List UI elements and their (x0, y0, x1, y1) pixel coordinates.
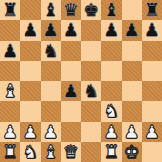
square-e5[interactable] (81, 61, 101, 81)
square-b7[interactable]: ♟ (20, 20, 40, 40)
white-pawn[interactable]: ♟ (43, 122, 59, 142)
square-a8[interactable]: ♜ (0, 0, 20, 20)
white-knight[interactable]: ♞ (23, 142, 39, 162)
black-bishop[interactable]: ♝ (43, 0, 59, 20)
square-b6[interactable] (20, 41, 40, 61)
white-pawn[interactable]: ♟ (2, 122, 18, 142)
square-a2[interactable]: ♟ (0, 122, 20, 142)
square-f8[interactable]: ♝ (101, 0, 121, 20)
black-queen[interactable]: ♛ (63, 0, 79, 20)
square-g5[interactable] (122, 61, 142, 81)
black-pawn[interactable]: ♟ (104, 20, 120, 40)
square-g2[interactable]: ♟ (122, 122, 142, 142)
square-f5[interactable] (101, 61, 121, 81)
black-pawn[interactable]: ♟ (124, 20, 140, 40)
square-d6[interactable] (61, 41, 81, 61)
square-f7[interactable]: ♟ (101, 20, 121, 40)
square-g8[interactable] (122, 0, 142, 20)
square-h2[interactable]: ♟ (142, 122, 162, 142)
white-pawn[interactable]: ♟ (144, 122, 160, 142)
square-c7[interactable]: ♟ (41, 20, 61, 40)
square-g6[interactable] (122, 41, 142, 61)
black-knight[interactable]: ♞ (43, 41, 59, 61)
black-pawn[interactable]: ♟ (23, 20, 39, 40)
square-g3[interactable] (122, 101, 142, 121)
black-pawn[interactable]: ♟ (144, 20, 160, 40)
black-pawn[interactable]: ♟ (63, 20, 79, 40)
white-knight[interactable]: ♞ (104, 101, 120, 121)
square-f3[interactable]: ♞ (101, 101, 121, 121)
square-b1[interactable]: ♞ (20, 142, 40, 162)
square-c1[interactable]: ♝ (41, 142, 61, 162)
square-e6[interactable] (81, 41, 101, 61)
square-d2[interactable] (61, 122, 81, 142)
square-d5[interactable] (61, 61, 81, 81)
square-h7[interactable]: ♟ (142, 20, 162, 40)
chess-board: ♜♝♛♚♝♜♟♟♟♟♟♟♟♞♝♟♞♞♟♟♟♟♟♟♜♞♝♛♜♚ (0, 0, 162, 162)
square-e8[interactable]: ♚ (81, 0, 101, 20)
square-e1[interactable] (81, 142, 101, 162)
square-h4[interactable] (142, 81, 162, 101)
square-a5[interactable] (0, 61, 20, 81)
black-pawn[interactable]: ♟ (2, 41, 18, 61)
square-b3[interactable] (20, 101, 40, 121)
square-c2[interactable]: ♟ (41, 122, 61, 142)
black-king[interactable]: ♚ (83, 0, 99, 20)
square-d7[interactable]: ♟ (61, 20, 81, 40)
square-b2[interactable]: ♟ (20, 122, 40, 142)
white-pawn[interactable]: ♟ (104, 122, 120, 142)
square-d8[interactable]: ♛ (61, 0, 81, 20)
square-c6[interactable]: ♞ (41, 41, 61, 61)
square-h1[interactable] (142, 142, 162, 162)
white-pawn[interactable]: ♟ (124, 122, 140, 142)
square-c3[interactable] (41, 101, 61, 121)
square-a3[interactable] (0, 101, 20, 121)
square-d3[interactable] (61, 101, 81, 121)
square-e4[interactable]: ♞ (81, 81, 101, 101)
black-pawn[interactable]: ♟ (43, 20, 59, 40)
square-h5[interactable] (142, 61, 162, 81)
square-e2[interactable] (81, 122, 101, 142)
white-bishop[interactable]: ♝ (2, 81, 18, 101)
square-d1[interactable]: ♛ (61, 142, 81, 162)
square-d4[interactable]: ♟ (61, 81, 81, 101)
square-h6[interactable] (142, 41, 162, 61)
square-g1[interactable]: ♚ (122, 142, 142, 162)
black-knight[interactable]: ♞ (83, 81, 99, 101)
square-g4[interactable] (122, 81, 142, 101)
square-c4[interactable] (41, 81, 61, 101)
square-c5[interactable] (41, 61, 61, 81)
square-h3[interactable] (142, 101, 162, 121)
square-a6[interactable]: ♟ (0, 41, 20, 61)
square-b4[interactable] (20, 81, 40, 101)
square-b5[interactable] (20, 61, 40, 81)
black-bishop[interactable]: ♝ (104, 0, 120, 20)
square-f2[interactable]: ♟ (101, 122, 121, 142)
square-h8[interactable]: ♜ (142, 0, 162, 20)
white-rook[interactable]: ♜ (2, 142, 18, 162)
square-c8[interactable]: ♝ (41, 0, 61, 20)
square-g7[interactable]: ♟ (122, 20, 142, 40)
square-a7[interactable] (0, 20, 20, 40)
square-b8[interactable] (20, 0, 40, 20)
square-e7[interactable] (81, 20, 101, 40)
black-pawn[interactable]: ♟ (63, 81, 79, 101)
white-queen[interactable]: ♛ (63, 142, 79, 162)
white-king[interactable]: ♚ (124, 142, 140, 162)
square-a4[interactable]: ♝ (0, 81, 20, 101)
square-f4[interactable] (101, 81, 121, 101)
square-a1[interactable]: ♜ (0, 142, 20, 162)
white-pawn[interactable]: ♟ (23, 122, 39, 142)
white-bishop[interactable]: ♝ (43, 142, 59, 162)
square-f1[interactable]: ♜ (101, 142, 121, 162)
black-rook[interactable]: ♜ (2, 0, 18, 20)
square-e3[interactable] (81, 101, 101, 121)
black-rook[interactable]: ♜ (144, 0, 160, 20)
white-rook[interactable]: ♜ (104, 142, 120, 162)
square-f6[interactable] (101, 41, 121, 61)
